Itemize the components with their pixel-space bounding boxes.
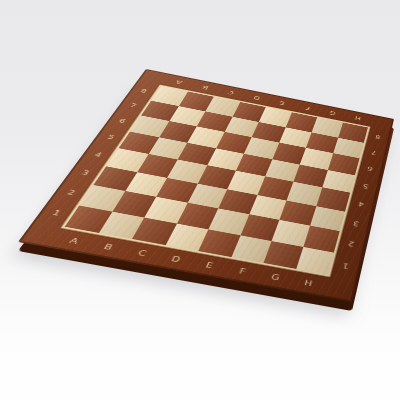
rank-label-right-5: 3	[340, 211, 372, 236]
playing-field	[65, 86, 368, 274]
rank-label-right-1: 7	[360, 143, 388, 164]
rank-label-right-4: 4	[345, 193, 376, 217]
backdrop: ABCDEFGH ABCDEFGH 87654321 87654321	[0, 0, 400, 400]
rank-label-right-6: 2	[334, 231, 367, 257]
rank-label-right-2: 6	[355, 158, 384, 180]
rank-label-right-3: 5	[350, 175, 380, 198]
rank-label-right-0: 8	[364, 128, 391, 148]
square-h1	[296, 246, 334, 274]
rank-label-right-7: 1	[328, 252, 362, 280]
